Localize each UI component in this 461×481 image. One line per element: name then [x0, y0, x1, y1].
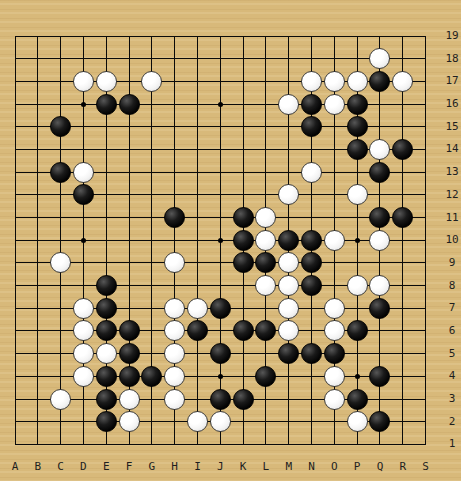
intersection-E8[interactable]	[95, 274, 118, 297]
intersection-P17[interactable]	[346, 70, 369, 93]
intersection-Q11[interactable]	[369, 206, 392, 229]
intersection-D3[interactable]	[72, 388, 95, 411]
intersection-P10[interactable]	[346, 229, 369, 252]
intersection-N16[interactable]	[300, 93, 323, 116]
intersection-H11[interactable]	[163, 206, 186, 229]
intersection-J8[interactable]	[209, 274, 232, 297]
intersection-C18[interactable]	[49, 47, 72, 70]
intersection-J17[interactable]	[209, 70, 232, 93]
intersection-G19[interactable]	[140, 25, 163, 48]
intersection-G6[interactable]	[140, 320, 163, 343]
intersection-L12[interactable]	[255, 183, 278, 206]
intersection-C2[interactable]	[49, 410, 72, 433]
intersection-H18[interactable]	[163, 47, 186, 70]
intersection-Q10[interactable]	[369, 229, 392, 252]
intersection-S7[interactable]	[414, 297, 437, 320]
intersection-H17[interactable]	[163, 70, 186, 93]
intersection-M5[interactable]	[277, 342, 300, 365]
intersection-G1[interactable]	[140, 433, 163, 456]
intersection-R9[interactable]	[391, 252, 414, 275]
intersection-L19[interactable]	[255, 25, 278, 48]
intersection-D10[interactable]	[72, 229, 95, 252]
intersection-O11[interactable]	[323, 206, 346, 229]
intersection-L1[interactable]	[255, 433, 278, 456]
intersection-J18[interactable]	[209, 47, 232, 70]
intersection-K2[interactable]	[232, 410, 255, 433]
intersection-P15[interactable]	[346, 115, 369, 138]
intersection-Q2[interactable]	[369, 410, 392, 433]
intersection-D2[interactable]	[72, 410, 95, 433]
intersection-Q15[interactable]	[369, 115, 392, 138]
intersection-S1[interactable]	[414, 433, 437, 456]
intersection-S6[interactable]	[414, 320, 437, 343]
intersection-E5[interactable]	[95, 342, 118, 365]
intersection-N13[interactable]	[300, 161, 323, 184]
intersection-S12[interactable]	[414, 183, 437, 206]
intersection-Q3[interactable]	[369, 388, 392, 411]
intersection-K3[interactable]	[232, 388, 255, 411]
intersection-B9[interactable]	[26, 252, 49, 275]
intersection-D18[interactable]	[72, 47, 95, 70]
intersection-H3[interactable]	[163, 388, 186, 411]
intersection-M13[interactable]	[277, 161, 300, 184]
intersection-A12[interactable]	[4, 183, 27, 206]
intersection-I18[interactable]	[186, 47, 209, 70]
intersection-I13[interactable]	[186, 161, 209, 184]
intersection-Q14[interactable]	[369, 138, 392, 161]
intersection-F15[interactable]	[118, 115, 141, 138]
intersection-Q9[interactable]	[369, 252, 392, 275]
intersection-D16[interactable]	[72, 93, 95, 116]
intersection-E12[interactable]	[95, 183, 118, 206]
intersection-R10[interactable]	[391, 229, 414, 252]
intersection-H15[interactable]	[163, 115, 186, 138]
intersection-L16[interactable]	[255, 93, 278, 116]
intersection-Q16[interactable]	[369, 93, 392, 116]
intersection-L8[interactable]	[255, 274, 278, 297]
intersection-F2[interactable]	[118, 410, 141, 433]
intersection-F9[interactable]	[118, 252, 141, 275]
intersection-M16[interactable]	[277, 93, 300, 116]
intersection-S3[interactable]	[414, 388, 437, 411]
intersection-J9[interactable]	[209, 252, 232, 275]
intersection-C5[interactable]	[49, 342, 72, 365]
intersection-C3[interactable]	[49, 388, 72, 411]
intersection-S5[interactable]	[414, 342, 437, 365]
intersection-K14[interactable]	[232, 138, 255, 161]
intersection-R6[interactable]	[391, 320, 414, 343]
intersection-C9[interactable]	[49, 252, 72, 275]
intersection-A18[interactable]	[4, 47, 27, 70]
intersection-M9[interactable]	[277, 252, 300, 275]
intersection-I16[interactable]	[186, 93, 209, 116]
intersection-S10[interactable]	[414, 229, 437, 252]
intersection-O15[interactable]	[323, 115, 346, 138]
intersection-B15[interactable]	[26, 115, 49, 138]
intersection-G10[interactable]	[140, 229, 163, 252]
intersection-L3[interactable]	[255, 388, 278, 411]
intersection-Q5[interactable]	[369, 342, 392, 365]
intersection-J12[interactable]	[209, 183, 232, 206]
intersection-G15[interactable]	[140, 115, 163, 138]
intersection-K16[interactable]	[232, 93, 255, 116]
intersection-D5[interactable]	[72, 342, 95, 365]
intersection-Q13[interactable]	[369, 161, 392, 184]
intersection-M3[interactable]	[277, 388, 300, 411]
intersection-B16[interactable]	[26, 93, 49, 116]
intersection-R3[interactable]	[391, 388, 414, 411]
intersection-N18[interactable]	[300, 47, 323, 70]
intersection-E11[interactable]	[95, 206, 118, 229]
intersection-M10[interactable]	[277, 229, 300, 252]
intersection-D19[interactable]	[72, 25, 95, 48]
intersection-P9[interactable]	[346, 252, 369, 275]
intersection-N5[interactable]	[300, 342, 323, 365]
intersection-N3[interactable]	[300, 388, 323, 411]
intersection-M19[interactable]	[277, 25, 300, 48]
intersection-J4[interactable]	[209, 365, 232, 388]
intersection-O19[interactable]	[323, 25, 346, 48]
intersection-B4[interactable]	[26, 365, 49, 388]
intersection-D14[interactable]	[72, 138, 95, 161]
intersection-I8[interactable]	[186, 274, 209, 297]
intersection-A7[interactable]	[4, 297, 27, 320]
intersection-E19[interactable]	[95, 25, 118, 48]
intersection-K4[interactable]	[232, 365, 255, 388]
intersection-G12[interactable]	[140, 183, 163, 206]
intersection-L15[interactable]	[255, 115, 278, 138]
intersection-F13[interactable]	[118, 161, 141, 184]
intersection-R14[interactable]	[391, 138, 414, 161]
intersection-S17[interactable]	[414, 70, 437, 93]
intersection-J7[interactable]	[209, 297, 232, 320]
intersection-P12[interactable]	[346, 183, 369, 206]
intersection-H13[interactable]	[163, 161, 186, 184]
intersection-G3[interactable]	[140, 388, 163, 411]
intersection-R13[interactable]	[391, 161, 414, 184]
intersection-S2[interactable]	[414, 410, 437, 433]
intersection-B18[interactable]	[26, 47, 49, 70]
intersection-F18[interactable]	[118, 47, 141, 70]
intersection-O10[interactable]	[323, 229, 346, 252]
intersection-O2[interactable]	[323, 410, 346, 433]
intersection-K9[interactable]	[232, 252, 255, 275]
intersection-B11[interactable]	[26, 206, 49, 229]
intersection-F14[interactable]	[118, 138, 141, 161]
intersection-L10[interactable]	[255, 229, 278, 252]
intersection-G13[interactable]	[140, 161, 163, 184]
intersection-L17[interactable]	[255, 70, 278, 93]
intersection-K19[interactable]	[232, 25, 255, 48]
intersection-I15[interactable]	[186, 115, 209, 138]
intersection-M15[interactable]	[277, 115, 300, 138]
intersection-H19[interactable]	[163, 25, 186, 48]
intersection-F3[interactable]	[118, 388, 141, 411]
intersection-O16[interactable]	[323, 93, 346, 116]
intersection-D4[interactable]	[72, 365, 95, 388]
intersection-O5[interactable]	[323, 342, 346, 365]
intersection-P4[interactable]	[346, 365, 369, 388]
intersection-Q12[interactable]	[369, 183, 392, 206]
intersection-R19[interactable]	[391, 25, 414, 48]
intersection-K11[interactable]	[232, 206, 255, 229]
intersection-P3[interactable]	[346, 388, 369, 411]
intersection-N11[interactable]	[300, 206, 323, 229]
intersection-A5[interactable]	[4, 342, 27, 365]
intersection-F1[interactable]	[118, 433, 141, 456]
intersection-M6[interactable]	[277, 320, 300, 343]
intersection-L4[interactable]	[255, 365, 278, 388]
intersection-A15[interactable]	[4, 115, 27, 138]
intersection-G9[interactable]	[140, 252, 163, 275]
intersection-D7[interactable]	[72, 297, 95, 320]
intersection-N6[interactable]	[300, 320, 323, 343]
intersection-E16[interactable]	[95, 93, 118, 116]
intersection-N1[interactable]	[300, 433, 323, 456]
intersection-O14[interactable]	[323, 138, 346, 161]
intersection-L7[interactable]	[255, 297, 278, 320]
intersection-D1[interactable]	[72, 433, 95, 456]
intersection-K6[interactable]	[232, 320, 255, 343]
intersection-C12[interactable]	[49, 183, 72, 206]
intersection-M14[interactable]	[277, 138, 300, 161]
intersection-M2[interactable]	[277, 410, 300, 433]
intersection-P7[interactable]	[346, 297, 369, 320]
intersection-M12[interactable]	[277, 183, 300, 206]
intersection-K10[interactable]	[232, 229, 255, 252]
intersection-F5[interactable]	[118, 342, 141, 365]
intersection-B3[interactable]	[26, 388, 49, 411]
intersection-J1[interactable]	[209, 433, 232, 456]
intersection-J16[interactable]	[209, 93, 232, 116]
intersection-E7[interactable]	[95, 297, 118, 320]
intersection-N12[interactable]	[300, 183, 323, 206]
intersection-F4[interactable]	[118, 365, 141, 388]
intersection-O3[interactable]	[323, 388, 346, 411]
intersection-I9[interactable]	[186, 252, 209, 275]
intersection-I12[interactable]	[186, 183, 209, 206]
intersection-K15[interactable]	[232, 115, 255, 138]
intersection-S19[interactable]	[414, 25, 437, 48]
intersection-I10[interactable]	[186, 229, 209, 252]
intersection-E3[interactable]	[95, 388, 118, 411]
intersection-I4[interactable]	[186, 365, 209, 388]
intersection-C16[interactable]	[49, 93, 72, 116]
intersection-D9[interactable]	[72, 252, 95, 275]
intersection-G5[interactable]	[140, 342, 163, 365]
intersection-J14[interactable]	[209, 138, 232, 161]
intersection-R15[interactable]	[391, 115, 414, 138]
intersection-N8[interactable]	[300, 274, 323, 297]
intersection-S18[interactable]	[414, 47, 437, 70]
intersection-S13[interactable]	[414, 161, 437, 184]
intersection-R12[interactable]	[391, 183, 414, 206]
intersection-D6[interactable]	[72, 320, 95, 343]
intersection-N4[interactable]	[300, 365, 323, 388]
intersection-Q8[interactable]	[369, 274, 392, 297]
intersection-N9[interactable]	[300, 252, 323, 275]
intersection-Q4[interactable]	[369, 365, 392, 388]
intersection-F16[interactable]	[118, 93, 141, 116]
intersection-J13[interactable]	[209, 161, 232, 184]
intersection-P14[interactable]	[346, 138, 369, 161]
intersection-D15[interactable]	[72, 115, 95, 138]
intersection-H16[interactable]	[163, 93, 186, 116]
intersection-N7[interactable]	[300, 297, 323, 320]
intersection-I19[interactable]	[186, 25, 209, 48]
intersection-G14[interactable]	[140, 138, 163, 161]
intersection-O4[interactable]	[323, 365, 346, 388]
intersection-J5[interactable]	[209, 342, 232, 365]
intersection-S9[interactable]	[414, 252, 437, 275]
intersection-I5[interactable]	[186, 342, 209, 365]
intersection-Q1[interactable]	[369, 433, 392, 456]
intersection-S15[interactable]	[414, 115, 437, 138]
intersection-I14[interactable]	[186, 138, 209, 161]
intersection-A1[interactable]	[4, 433, 27, 456]
intersection-B10[interactable]	[26, 229, 49, 252]
intersection-P2[interactable]	[346, 410, 369, 433]
intersection-M11[interactable]	[277, 206, 300, 229]
intersection-H8[interactable]	[163, 274, 186, 297]
intersection-P5[interactable]	[346, 342, 369, 365]
intersection-Q19[interactable]	[369, 25, 392, 48]
intersection-E4[interactable]	[95, 365, 118, 388]
intersection-E15[interactable]	[95, 115, 118, 138]
intersection-H14[interactable]	[163, 138, 186, 161]
intersection-M18[interactable]	[277, 47, 300, 70]
intersection-H1[interactable]	[163, 433, 186, 456]
intersection-R11[interactable]	[391, 206, 414, 229]
intersection-J15[interactable]	[209, 115, 232, 138]
intersection-O17[interactable]	[323, 70, 346, 93]
intersection-C1[interactable]	[49, 433, 72, 456]
intersection-O13[interactable]	[323, 161, 346, 184]
intersection-G7[interactable]	[140, 297, 163, 320]
intersection-C13[interactable]	[49, 161, 72, 184]
intersection-E18[interactable]	[95, 47, 118, 70]
intersection-R17[interactable]	[391, 70, 414, 93]
intersection-E10[interactable]	[95, 229, 118, 252]
intersection-Q17[interactable]	[369, 70, 392, 93]
intersection-P6[interactable]	[346, 320, 369, 343]
intersection-M4[interactable]	[277, 365, 300, 388]
intersection-M17[interactable]	[277, 70, 300, 93]
intersection-B8[interactable]	[26, 274, 49, 297]
intersection-L18[interactable]	[255, 47, 278, 70]
intersection-O6[interactable]	[323, 320, 346, 343]
intersection-O7[interactable]	[323, 297, 346, 320]
intersection-A8[interactable]	[4, 274, 27, 297]
intersection-E6[interactable]	[95, 320, 118, 343]
intersection-C8[interactable]	[49, 274, 72, 297]
intersection-P18[interactable]	[346, 47, 369, 70]
intersection-L14[interactable]	[255, 138, 278, 161]
intersection-L5[interactable]	[255, 342, 278, 365]
intersection-G4[interactable]	[140, 365, 163, 388]
intersection-M7[interactable]	[277, 297, 300, 320]
intersection-P16[interactable]	[346, 93, 369, 116]
intersection-S11[interactable]	[414, 206, 437, 229]
intersection-F7[interactable]	[118, 297, 141, 320]
intersection-D11[interactable]	[72, 206, 95, 229]
intersection-A6[interactable]	[4, 320, 27, 343]
intersection-S4[interactable]	[414, 365, 437, 388]
intersection-G11[interactable]	[140, 206, 163, 229]
intersection-K17[interactable]	[232, 70, 255, 93]
intersection-G8[interactable]	[140, 274, 163, 297]
intersection-A19[interactable]	[4, 25, 27, 48]
intersection-C10[interactable]	[49, 229, 72, 252]
intersection-K7[interactable]	[232, 297, 255, 320]
intersection-J19[interactable]	[209, 25, 232, 48]
intersection-L6[interactable]	[255, 320, 278, 343]
intersection-H12[interactable]	[163, 183, 186, 206]
intersection-Q7[interactable]	[369, 297, 392, 320]
intersection-C14[interactable]	[49, 138, 72, 161]
intersection-B7[interactable]	[26, 297, 49, 320]
intersection-H7[interactable]	[163, 297, 186, 320]
intersection-E13[interactable]	[95, 161, 118, 184]
intersection-I11[interactable]	[186, 206, 209, 229]
intersection-A17[interactable]	[4, 70, 27, 93]
intersection-B12[interactable]	[26, 183, 49, 206]
intersection-E17[interactable]	[95, 70, 118, 93]
intersection-B14[interactable]	[26, 138, 49, 161]
intersection-D13[interactable]	[72, 161, 95, 184]
intersection-D17[interactable]	[72, 70, 95, 93]
intersection-B2[interactable]	[26, 410, 49, 433]
intersection-E9[interactable]	[95, 252, 118, 275]
intersection-F17[interactable]	[118, 70, 141, 93]
intersection-I17[interactable]	[186, 70, 209, 93]
intersection-O8[interactable]	[323, 274, 346, 297]
intersection-A4[interactable]	[4, 365, 27, 388]
intersection-F10[interactable]	[118, 229, 141, 252]
intersection-G16[interactable]	[140, 93, 163, 116]
intersection-J10[interactable]	[209, 229, 232, 252]
intersection-S14[interactable]	[414, 138, 437, 161]
intersection-K8[interactable]	[232, 274, 255, 297]
intersection-M8[interactable]	[277, 274, 300, 297]
intersection-N17[interactable]	[300, 70, 323, 93]
intersection-Q6[interactable]	[369, 320, 392, 343]
intersection-N2[interactable]	[300, 410, 323, 433]
intersection-F6[interactable]	[118, 320, 141, 343]
intersection-A14[interactable]	[4, 138, 27, 161]
intersection-L9[interactable]	[255, 252, 278, 275]
intersection-D8[interactable]	[72, 274, 95, 297]
intersection-P19[interactable]	[346, 25, 369, 48]
intersection-P8[interactable]	[346, 274, 369, 297]
intersection-F11[interactable]	[118, 206, 141, 229]
intersection-K12[interactable]	[232, 183, 255, 206]
intersection-B6[interactable]	[26, 320, 49, 343]
intersection-O12[interactable]	[323, 183, 346, 206]
intersection-C6[interactable]	[49, 320, 72, 343]
intersection-R5[interactable]	[391, 342, 414, 365]
intersection-C17[interactable]	[49, 70, 72, 93]
intersection-R7[interactable]	[391, 297, 414, 320]
intersection-F12[interactable]	[118, 183, 141, 206]
intersection-R2[interactable]	[391, 410, 414, 433]
intersection-I1[interactable]	[186, 433, 209, 456]
intersection-N14[interactable]	[300, 138, 323, 161]
intersection-L2[interactable]	[255, 410, 278, 433]
intersection-I7[interactable]	[186, 297, 209, 320]
intersection-C19[interactable]	[49, 25, 72, 48]
intersection-O18[interactable]	[323, 47, 346, 70]
